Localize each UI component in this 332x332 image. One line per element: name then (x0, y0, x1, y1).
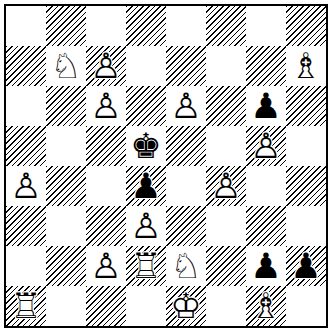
square-e2[interactable]: ♞♘ (166, 246, 206, 286)
square-g4[interactable] (246, 166, 286, 206)
square-c4[interactable] (86, 166, 126, 206)
white-knight-backing: ♞ (166, 246, 206, 286)
white-bishop-piece: ♗ (286, 46, 326, 86)
white-pawn-backing: ♟ (206, 166, 246, 206)
white-knight-backing: ♞ (46, 46, 86, 86)
square-h2[interactable]: ♟♟ (286, 246, 326, 286)
square-b7[interactable]: ♞♘ (46, 46, 86, 86)
black-pawn-backing: ♟ (286, 246, 326, 286)
white-pawn-piece: ♙ (126, 206, 166, 246)
square-h1[interactable] (286, 286, 326, 326)
square-f4[interactable]: ♟♙ (206, 166, 246, 206)
square-f5[interactable] (206, 126, 246, 166)
black-pawn-piece: ♟ (246, 246, 286, 286)
square-e4[interactable] (166, 166, 206, 206)
square-e6[interactable]: ♟♙ (166, 86, 206, 126)
white-pawn-backing: ♟ (86, 246, 126, 286)
white-pawn-backing: ♟ (166, 86, 206, 126)
white-rook-backing: ♜ (126, 246, 166, 286)
square-g7[interactable] (246, 46, 286, 86)
square-c3[interactable] (86, 206, 126, 246)
square-a2[interactable] (6, 246, 46, 286)
white-bishop-piece: ♗ (246, 286, 286, 326)
square-a7[interactable] (6, 46, 46, 86)
square-g6[interactable]: ♟♟ (246, 86, 286, 126)
white-pawn-piece: ♙ (206, 166, 246, 206)
white-pawn-backing: ♟ (246, 126, 286, 166)
black-pawn-piece: ♟ (246, 86, 286, 126)
square-g8[interactable] (246, 6, 286, 46)
square-a6[interactable] (6, 86, 46, 126)
square-f8[interactable] (206, 6, 246, 46)
square-d5[interactable]: ♚♚ (126, 126, 166, 166)
white-bishop-backing: ♝ (286, 46, 326, 86)
chess-diagram: ♞♘♟♙♝♗♟♙♟♙♟♟♚♚♟♙♟♙♟♟♟♙♟♙♟♙♜♖♞♘♟♟♟♟♜♖♚♔♝♗ (4, 4, 328, 328)
square-b3[interactable] (46, 206, 86, 246)
square-c6[interactable]: ♟♙ (86, 86, 126, 126)
square-d8[interactable] (126, 6, 166, 46)
white-pawn-piece: ♙ (86, 86, 126, 126)
white-pawn-piece: ♙ (6, 166, 46, 206)
white-pawn-backing: ♟ (86, 86, 126, 126)
square-g2[interactable]: ♟♟ (246, 246, 286, 286)
square-h4[interactable] (286, 166, 326, 206)
white-knight-piece: ♘ (166, 246, 206, 286)
square-a8[interactable] (6, 6, 46, 46)
chess-board: ♞♘♟♙♝♗♟♙♟♙♟♟♚♚♟♙♟♙♟♟♟♙♟♙♟♙♜♖♞♘♟♟♟♟♜♖♚♔♝♗ (6, 6, 326, 326)
black-pawn-backing: ♟ (246, 86, 286, 126)
square-g1[interactable]: ♝♗ (246, 286, 286, 326)
white-pawn-piece: ♙ (246, 126, 286, 166)
square-c1[interactable] (86, 286, 126, 326)
square-d2[interactable]: ♜♖ (126, 246, 166, 286)
square-d4[interactable]: ♟♟ (126, 166, 166, 206)
square-c5[interactable] (86, 126, 126, 166)
square-b4[interactable] (46, 166, 86, 206)
square-c7[interactable]: ♟♙ (86, 46, 126, 86)
square-g3[interactable] (246, 206, 286, 246)
square-f6[interactable] (206, 86, 246, 126)
square-a4[interactable]: ♟♙ (6, 166, 46, 206)
white-pawn-backing: ♟ (6, 166, 46, 206)
square-c8[interactable] (86, 6, 126, 46)
white-knight-piece: ♘ (46, 46, 86, 86)
square-b2[interactable] (46, 246, 86, 286)
white-king-piece: ♔ (166, 286, 206, 326)
square-e5[interactable] (166, 126, 206, 166)
square-h7[interactable]: ♝♗ (286, 46, 326, 86)
square-e8[interactable] (166, 6, 206, 46)
black-king-piece: ♚ (126, 126, 166, 166)
square-b1[interactable] (46, 286, 86, 326)
square-b5[interactable] (46, 126, 86, 166)
white-pawn-piece: ♙ (86, 46, 126, 86)
square-e7[interactable] (166, 46, 206, 86)
square-h5[interactable] (286, 126, 326, 166)
white-rook-backing: ♜ (6, 286, 46, 326)
square-d1[interactable] (126, 286, 166, 326)
black-pawn-backing: ♟ (126, 166, 166, 206)
white-bishop-backing: ♝ (246, 286, 286, 326)
square-g5[interactable]: ♟♙ (246, 126, 286, 166)
square-d7[interactable] (126, 46, 166, 86)
white-pawn-piece: ♙ (166, 86, 206, 126)
white-king-backing: ♚ (166, 286, 206, 326)
white-rook-piece: ♖ (6, 286, 46, 326)
square-b6[interactable] (46, 86, 86, 126)
black-pawn-backing: ♟ (246, 246, 286, 286)
square-h6[interactable] (286, 86, 326, 126)
square-a3[interactable] (6, 206, 46, 246)
black-pawn-piece: ♟ (286, 246, 326, 286)
black-pawn-piece: ♟ (126, 166, 166, 206)
square-b8[interactable] (46, 6, 86, 46)
square-f2[interactable] (206, 246, 246, 286)
black-king-backing: ♚ (126, 126, 166, 166)
square-a1[interactable]: ♜♖ (6, 286, 46, 326)
square-a5[interactable] (6, 126, 46, 166)
square-e3[interactable] (166, 206, 206, 246)
square-h8[interactable] (286, 6, 326, 46)
white-rook-piece: ♖ (126, 246, 166, 286)
white-pawn-backing: ♟ (126, 206, 166, 246)
white-pawn-piece: ♙ (86, 246, 126, 286)
square-h3[interactable] (286, 206, 326, 246)
square-f7[interactable] (206, 46, 246, 86)
square-e1[interactable]: ♚♔ (166, 286, 206, 326)
square-f1[interactable] (206, 286, 246, 326)
square-c2[interactable]: ♟♙ (86, 246, 126, 286)
square-d3[interactable]: ♟♙ (126, 206, 166, 246)
white-pawn-backing: ♟ (86, 46, 126, 86)
square-d6[interactable] (126, 86, 166, 126)
square-f3[interactable] (206, 206, 246, 246)
